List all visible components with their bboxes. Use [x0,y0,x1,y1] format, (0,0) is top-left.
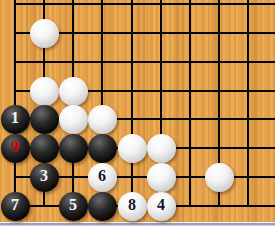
go-stone-white [88,105,117,134]
go-stone-black [30,105,59,134]
go-stone-white [205,163,234,192]
go-stone-black: 5 [59,192,88,221]
move-number-label: 5 [69,197,77,213]
move-number-label: 1 [11,110,19,126]
go-board[interactable]: 19367584 [0,0,275,222]
go-stone-white: 8 [118,192,147,221]
grid-line-horizontal [14,3,275,5]
move-number-label: 8 [128,197,136,213]
go-stone-black [88,192,117,221]
move-number-label: 6 [98,168,106,184]
go-diagram: 19367584 [0,0,275,226]
move-number-label: 7 [11,197,19,213]
move-number-label: 9 [11,139,19,155]
go-stone-white [118,134,147,163]
move-number-label: 3 [40,168,48,184]
move-number-label: 4 [157,197,165,213]
go-stone-white [30,19,59,48]
go-stone-white [59,105,88,134]
go-stone-white: 4 [147,192,176,221]
go-stone-black: 9 [1,134,30,163]
window-bottom-edge [0,222,275,226]
go-stone-black [59,134,88,163]
go-stone-white [147,163,176,192]
go-stone-black: 7 [1,192,30,221]
go-stone-black [30,134,59,163]
go-stone-white: 6 [88,163,117,192]
go-stone-black: 1 [1,105,30,134]
go-stone-white [147,134,176,163]
go-stone-black [88,134,117,163]
grid-line-horizontal [14,61,275,63]
go-stone-white [30,77,59,106]
go-stone-white [59,77,88,106]
go-stone-black: 3 [30,163,59,192]
